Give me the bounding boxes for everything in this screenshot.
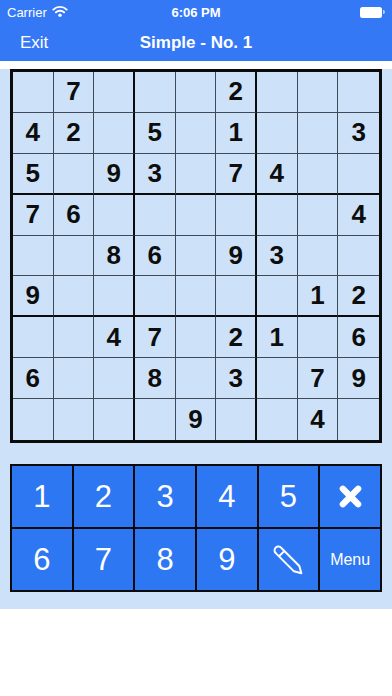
exit-button[interactable]: Exit — [20, 33, 48, 53]
sudoku-app-screen: Carrier 6:06 PM Exit Simple - No. 1 7242… — [0, 0, 392, 696]
cell-r6c3[interactable] — [94, 276, 135, 317]
cell-r7c1[interactable] — [13, 317, 54, 358]
cell-r4c3[interactable] — [94, 195, 135, 236]
key-3[interactable]: 3 — [135, 466, 195, 527]
key-5[interactable]: 5 — [259, 466, 319, 527]
key-6[interactable]: 6 — [12, 529, 72, 590]
cell-r2c9[interactable]: 3 — [338, 113, 379, 154]
cell-r2c4[interactable]: 5 — [135, 113, 176, 154]
x-cross-icon — [337, 483, 364, 510]
cell-r9c1[interactable] — [13, 399, 54, 440]
key-9[interactable]: 9 — [197, 529, 257, 590]
key-4[interactable]: 4 — [197, 466, 257, 527]
pencil-icon — [272, 544, 304, 576]
cell-r5c9[interactable] — [338, 236, 379, 277]
carrier-label: Carrier — [7, 5, 47, 20]
cell-r1c2[interactable]: 7 — [54, 72, 95, 113]
cell-r7c6[interactable]: 2 — [216, 317, 257, 358]
cell-r9c7[interactable] — [257, 399, 298, 440]
cell-r9c5[interactable]: 9 — [176, 399, 217, 440]
cell-r6c2[interactable] — [54, 276, 95, 317]
status-bar: Carrier 6:06 PM — [0, 0, 392, 24]
cell-r6c5[interactable] — [176, 276, 217, 317]
cell-r6c8[interactable]: 1 — [298, 276, 339, 317]
cell-r8c4[interactable]: 8 — [135, 358, 176, 399]
cell-r3c1[interactable]: 5 — [13, 154, 54, 195]
cell-r8c6[interactable]: 3 — [216, 358, 257, 399]
cell-r2c3[interactable] — [94, 113, 135, 154]
navigation-bar: Exit Simple - No. 1 — [0, 24, 392, 61]
key-1[interactable]: 1 — [12, 466, 72, 527]
cell-r9c2[interactable] — [54, 399, 95, 440]
cell-r3c7[interactable]: 4 — [257, 154, 298, 195]
cell-r8c2[interactable] — [54, 358, 95, 399]
cell-r3c6[interactable]: 7 — [216, 154, 257, 195]
cell-r5c6[interactable]: 9 — [216, 236, 257, 277]
battery-icon — [360, 7, 385, 18]
cell-r5c3[interactable]: 8 — [94, 236, 135, 277]
cell-r9c3[interactable] — [94, 399, 135, 440]
cell-r1c9[interactable] — [338, 72, 379, 113]
cell-r3c4[interactable]: 3 — [135, 154, 176, 195]
cell-r6c7[interactable] — [257, 276, 298, 317]
cell-r6c1[interactable]: 9 — [13, 276, 54, 317]
cell-r4c5[interactable] — [176, 195, 217, 236]
cell-r4c6[interactable] — [216, 195, 257, 236]
cell-r1c5[interactable] — [176, 72, 217, 113]
cell-r8c5[interactable] — [176, 358, 217, 399]
wifi-icon — [52, 5, 68, 20]
cell-r8c1[interactable]: 6 — [13, 358, 54, 399]
cell-r6c9[interactable]: 2 — [338, 276, 379, 317]
key-menu[interactable]: Menu — [320, 529, 380, 590]
cell-r3c3[interactable]: 9 — [94, 154, 135, 195]
cell-r6c6[interactable] — [216, 276, 257, 317]
cell-r7c4[interactable]: 7 — [135, 317, 176, 358]
key-pencil[interactable] — [259, 529, 319, 590]
cell-r2c5[interactable] — [176, 113, 217, 154]
cell-r1c7[interactable] — [257, 72, 298, 113]
cell-r7c5[interactable] — [176, 317, 217, 358]
cell-r5c4[interactable]: 6 — [135, 236, 176, 277]
cell-r8c7[interactable] — [257, 358, 298, 399]
cell-r5c8[interactable] — [298, 236, 339, 277]
cell-r1c4[interactable] — [135, 72, 176, 113]
cell-r5c1[interactable] — [13, 236, 54, 277]
cell-r9c6[interactable] — [216, 399, 257, 440]
cell-r9c4[interactable] — [135, 399, 176, 440]
cell-r3c5[interactable] — [176, 154, 217, 195]
key-8[interactable]: 8 — [135, 529, 195, 590]
cell-r6c4[interactable] — [135, 276, 176, 317]
cell-r1c3[interactable] — [94, 72, 135, 113]
key-2[interactable]: 2 — [74, 466, 134, 527]
cell-r4c1[interactable]: 7 — [13, 195, 54, 236]
cell-r8c3[interactable] — [94, 358, 135, 399]
cell-r9c9[interactable] — [338, 399, 379, 440]
page-title: Simple - No. 1 — [0, 33, 392, 53]
cell-r7c2[interactable] — [54, 317, 95, 358]
cell-r4c7[interactable] — [257, 195, 298, 236]
number-keypad: 123456789Menu — [10, 464, 382, 592]
cell-r7c7[interactable]: 1 — [257, 317, 298, 358]
content-area: 7242513593747648693912472166837994 12345… — [0, 69, 392, 609]
cell-r2c1[interactable]: 4 — [13, 113, 54, 154]
cell-r7c8[interactable] — [298, 317, 339, 358]
cell-r7c9[interactable]: 6 — [338, 317, 379, 358]
cell-r4c2[interactable]: 6 — [54, 195, 95, 236]
cell-r2c6[interactable]: 1 — [216, 113, 257, 154]
cell-r3c2[interactable] — [54, 154, 95, 195]
cell-r4c8[interactable] — [298, 195, 339, 236]
cell-r5c2[interactable] — [54, 236, 95, 277]
cell-r3c9[interactable] — [338, 154, 379, 195]
key-7[interactable]: 7 — [74, 529, 134, 590]
cell-r1c1[interactable] — [13, 72, 54, 113]
cell-r2c2[interactable]: 2 — [54, 113, 95, 154]
cell-r2c8[interactable] — [298, 113, 339, 154]
cell-r8c9[interactable]: 9 — [338, 358, 379, 399]
cell-r7c3[interactable]: 4 — [94, 317, 135, 358]
cell-r4c9[interactable]: 4 — [338, 195, 379, 236]
cell-r5c7[interactable]: 3 — [257, 236, 298, 277]
cell-r1c8[interactable] — [298, 72, 339, 113]
cell-r5c5[interactable] — [176, 236, 217, 277]
cell-r2c7[interactable] — [257, 113, 298, 154]
cell-r4c4[interactable] — [135, 195, 176, 236]
key-clear[interactable] — [320, 466, 380, 527]
sudoku-board: 7242513593747648693912472166837994 — [10, 69, 382, 443]
cell-r1c6[interactable]: 2 — [216, 72, 257, 113]
cell-r8c8[interactable]: 7 — [298, 358, 339, 399]
cell-r9c8[interactable]: 4 — [298, 399, 339, 440]
cell-r3c8[interactable] — [298, 154, 339, 195]
